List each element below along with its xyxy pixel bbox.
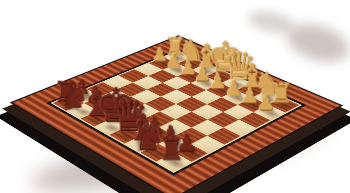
chessboard-scene: ♜♞♝♚♛♝♞♜♟♟♟♟♟♟♟♟♟♟♟♟♟♟♟♟♜♞♝♚♛♝♞♜ bbox=[0, 0, 350, 193]
chessboard: ♜♞♝♚♛♝♞♜♟♟♟♟♟♟♟♟♟♟♟♟♟♟♟♟♜♞♝♚♛♝♞♜ bbox=[10, 35, 344, 193]
square bbox=[239, 112, 271, 128]
black-rook: ♜ bbox=[158, 134, 182, 164]
photo-backdrop: ♜♞♝♚♛♝♞♜♟♟♟♟♟♟♟♟♟♟♟♟♟♟♟♟♜♞♝♚♛♝♞♜ bbox=[0, 0, 350, 193]
white-pawn: ♟ bbox=[255, 93, 277, 114]
board-frame: ♜♞♝♚♛♝♞♜♟♟♟♟♟♟♟♟♟♟♟♟♟♟♟♟♜♞♝♚♛♝♞♜ bbox=[10, 35, 344, 193]
